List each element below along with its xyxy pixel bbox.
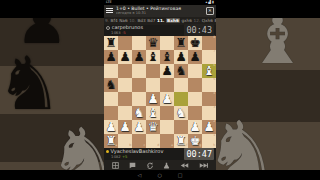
bottom-player-clock: 00:47 — [184, 148, 214, 160]
square-b2[interactable]: ♟ — [118, 120, 132, 134]
android-nav-bar: ◁ ○ □ — [104, 170, 216, 180]
black-king[interactable]: ♚ — [188, 36, 202, 50]
bottom-player-info: VyacheslavBashkirov 1482 +5 — [106, 149, 184, 159]
top-player-status-icon — [106, 26, 110, 30]
black-pawn[interactable]: ♟ — [118, 50, 132, 64]
square-d6[interactable] — [146, 64, 160, 78]
board-icon[interactable] — [112, 162, 119, 169]
coord-rank-6: 6 — [213, 64, 215, 67]
coord-rank-5: 5 — [213, 78, 215, 81]
bottom-player-rating-delta: +5 — [122, 154, 128, 159]
android-back-icon[interactable]: ◁ — [138, 173, 142, 178]
square-b5[interactable] — [118, 78, 132, 92]
square-a4[interactable] — [104, 92, 118, 106]
square-b3[interactable] — [118, 106, 132, 120]
square-c1[interactable]: c — [132, 134, 146, 148]
square-h1[interactable]: 1h — [202, 134, 216, 148]
white-pawn[interactable]: ♟ — [160, 92, 174, 106]
move-token[interactable]: Bd7 — [147, 19, 155, 23]
square-b1[interactable]: b — [118, 134, 132, 148]
square-e1[interactable]: e — [160, 134, 174, 148]
coord-rank-4: 4 — [213, 92, 215, 95]
square-f2[interactable] — [174, 120, 188, 134]
square-a2[interactable]: ♟ — [104, 120, 118, 134]
square-b7[interactable]: ♟ — [118, 50, 132, 64]
white-knight[interactable]: ♞ — [174, 106, 188, 120]
square-h6[interactable]: ♝6 — [202, 64, 216, 78]
move-token[interactable]: Bf8 — [214, 19, 216, 23]
square-h7[interactable]: 7 — [202, 50, 216, 64]
forward-end-icon[interactable] — [199, 162, 208, 169]
move-token[interactable]: 10. — [129, 19, 136, 23]
square-a7[interactable]: ♟ — [104, 50, 118, 64]
square-d2[interactable]: ♛ — [146, 120, 160, 134]
top-player-rating: 1463 -5 — [106, 31, 184, 35]
square-a5[interactable]: ♞ — [104, 78, 118, 92]
square-f7[interactable]: ♟ — [174, 50, 188, 64]
white-pawn[interactable]: ♟ — [104, 120, 118, 134]
bottom-player-rating: 1482 +5 — [106, 155, 184, 159]
square-g3[interactable] — [188, 106, 202, 120]
signal-icon: ▟ — [208, 1, 211, 5]
black-pawn[interactable]: ♟ — [160, 64, 174, 78]
screenshot-stage: ♟♞♞♝♞ LTE ▴ ▟ ▮ 1+0 • Bullet • Рейтингов… — [0, 0, 320, 180]
coord-file-g: g — [199, 144, 201, 147]
square-e7[interactable]: ♝ — [160, 50, 174, 64]
top-player-rating-delta: -5 — [122, 30, 126, 35]
square-h5[interactable]: 5 — [202, 78, 216, 92]
white-pawn[interactable]: ♟ — [132, 120, 146, 134]
move-token[interactable]: 9. — [105, 19, 109, 23]
square-g5[interactable] — [188, 78, 202, 92]
black-bishop[interactable]: ♝ — [146, 50, 160, 64]
black-queen[interactable]: ♛ — [146, 36, 160, 50]
black-rook[interactable]: ♜ — [104, 36, 118, 50]
square-d5[interactable] — [146, 78, 160, 92]
rewind-icon[interactable] — [180, 162, 189, 169]
cycle-icon[interactable] — [146, 161, 154, 169]
status-icons: ▴ ▟ ▮ — [206, 1, 214, 5]
black-pawn[interactable]: ♟ — [174, 50, 188, 64]
square-h8[interactable]: 8 — [202, 36, 216, 50]
top-player-row: carpebrunos 1463 -5 00:43 — [104, 25, 216, 36]
close-icon[interactable]: ✕ — [206, 7, 214, 15]
android-home-icon[interactable]: ○ — [157, 173, 161, 178]
square-b8[interactable] — [118, 36, 132, 50]
square-c3[interactable]: ♞ — [132, 106, 146, 120]
hamburger-menu-icon[interactable] — [106, 8, 113, 13]
coord-file-h: h — [213, 144, 215, 147]
app-header: 1+0 • Bullet • Рейтинговая сегодня в 10:… — [104, 5, 216, 17]
move-token[interactable]: gxh6 — [181, 19, 191, 23]
black-rook[interactable]: ♜ — [174, 36, 188, 50]
square-b4[interactable] — [118, 92, 132, 106]
square-e3[interactable] — [160, 106, 174, 120]
chess-board[interactable]: ♜♛♜♚8♟♟♟♝♝♟♟7♟♞♝6♞5♟♟4♞♝♞3♟♟♟♛♟♟2♜abcde♜… — [104, 36, 216, 148]
coord-file-b: b — [129, 144, 131, 147]
coord-file-d: d — [157, 144, 159, 147]
coord-rank-8: 8 — [213, 36, 215, 39]
square-f5[interactable] — [174, 78, 188, 92]
square-g8[interactable]: ♚ — [188, 36, 202, 50]
square-c8[interactable] — [132, 36, 146, 50]
square-f8[interactable]: ♜ — [174, 36, 188, 50]
square-d1[interactable]: d — [146, 134, 160, 148]
android-recents-icon[interactable]: □ — [178, 173, 183, 178]
square-c2[interactable]: ♟ — [132, 120, 146, 134]
coord-rank-7: 7 — [213, 50, 215, 53]
square-c6[interactable] — [132, 64, 146, 78]
square-a1[interactable]: ♜a — [104, 134, 118, 148]
coord-rank-2: 2 — [213, 120, 215, 123]
square-g7[interactable]: ♟ — [188, 50, 202, 64]
black-pawn[interactable]: ♟ — [132, 50, 146, 64]
black-bishop[interactable]: ♝ — [160, 50, 174, 64]
white-pawn[interactable]: ♟ — [118, 120, 132, 134]
phone-screen: LTE ▴ ▟ ▮ 1+0 • Bullet • Рейтинговая сег… — [104, 0, 216, 180]
coord-rank-3: 3 — [213, 106, 215, 109]
chat-icon[interactable] — [129, 162, 136, 169]
current-move[interactable]: Bxh6 — [166, 18, 180, 23]
square-g2[interactable]: ♟ — [188, 120, 202, 134]
square-e4[interactable]: ♟ — [160, 92, 174, 106]
square-f1[interactable]: ♜f — [174, 134, 188, 148]
square-e5[interactable] — [160, 78, 174, 92]
game-subtitle: сегодня в 10:31 — [116, 12, 206, 16]
battery-icon: ▮ — [212, 1, 214, 5]
square-h3[interactable]: 3 — [202, 106, 216, 120]
square-c5[interactable] — [132, 78, 146, 92]
move-token[interactable]: Bf4 — [111, 19, 118, 23]
square-c4[interactable] — [132, 92, 146, 106]
white-pawn[interactable]: ♟ — [188, 120, 202, 134]
square-g1[interactable]: ♚g — [188, 134, 202, 148]
move-token[interactable]: Bd3 — [137, 19, 145, 23]
white-pawn[interactable]: ♟ — [146, 92, 160, 106]
square-h4[interactable]: 4 — [202, 92, 216, 106]
game-controls-bar — [104, 160, 216, 170]
square-g6[interactable] — [188, 64, 202, 78]
carrier-label: LTE — [106, 1, 112, 5]
square-f6[interactable]: ♞ — [174, 64, 188, 78]
square-d8[interactable]: ♛ — [146, 36, 160, 50]
square-a8[interactable]: ♜ — [104, 36, 118, 50]
move-token[interactable]: 11. — [157, 19, 164, 23]
move-token[interactable]: Na6 — [119, 19, 127, 23]
square-d4[interactable]: ♟ — [146, 92, 160, 106]
black-knight[interactable]: ♞ — [174, 64, 188, 78]
square-g4[interactable] — [188, 92, 202, 106]
flask-icon[interactable] — [163, 162, 170, 169]
black-knight[interactable]: ♞ — [104, 78, 118, 92]
game-title-block: 1+0 • Bullet • Рейтинговая сегодня в 10:… — [116, 6, 206, 15]
square-b6[interactable] — [118, 64, 132, 78]
square-a6[interactable] — [104, 64, 118, 78]
bottom-player-row: VyacheslavBashkirov 1482 +5 00:47 — [104, 148, 216, 161]
bottom-player-status-icon — [106, 150, 109, 153]
square-e6[interactable]: ♟ — [160, 64, 174, 78]
square-h2[interactable]: ♟2 — [202, 120, 216, 134]
square-e2[interactable] — [160, 120, 174, 134]
white-knight[interactable]: ♞ — [132, 106, 146, 120]
square-c7[interactable]: ♟ — [132, 50, 146, 64]
move-token[interactable]: 12. — [194, 19, 201, 23]
white-bishop[interactable]: ♝ — [146, 106, 160, 120]
square-f4[interactable] — [174, 92, 188, 106]
black-pawn[interactable]: ♟ — [188, 50, 202, 64]
square-f3[interactable]: ♞ — [174, 106, 188, 120]
square-d7[interactable]: ♝ — [146, 50, 160, 64]
square-a3[interactable] — [104, 106, 118, 120]
square-d3[interactable]: ♝ — [146, 106, 160, 120]
square-e8[interactable] — [160, 36, 174, 50]
top-player-info: carpebrunos 1463 -5 — [106, 25, 184, 35]
coord-rank-1: 1 — [213, 134, 215, 137]
move-token[interactable]: Qxh6 — [202, 19, 213, 23]
black-pawn[interactable]: ♟ — [104, 50, 118, 64]
white-queen[interactable]: ♛ — [146, 120, 160, 134]
